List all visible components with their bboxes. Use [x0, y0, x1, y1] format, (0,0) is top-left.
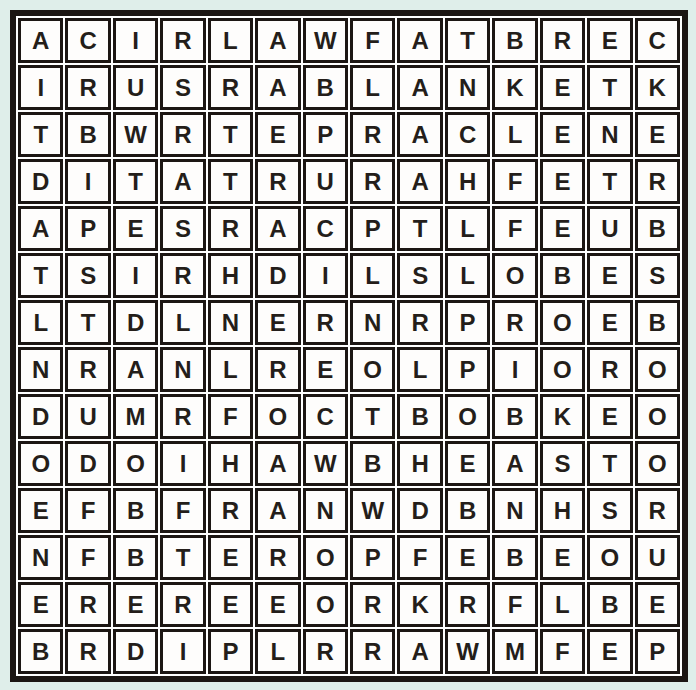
grid-cell-r10c1[interactable]: O — [18, 441, 63, 486]
grid-cell-r5c12[interactable]: E — [540, 206, 585, 251]
grid-cell-r7c10[interactable]: P — [445, 300, 490, 345]
grid-cell-r8c10[interactable]: P — [445, 347, 490, 392]
grid-cell-r9c13[interactable]: E — [587, 394, 632, 439]
grid-cell-r5c3[interactable]: E — [113, 206, 158, 251]
grid-cell-r13c14[interactable]: E — [635, 582, 680, 627]
grid-cell-r7c4[interactable]: L — [160, 300, 205, 345]
grid-cell-r5c13[interactable]: U — [587, 206, 632, 251]
word-search-page: ACIRLAWFATBRECIRUSRABLANKETKTBWRTEPRACLE… — [0, 0, 696, 690]
grid-cell-r11c10[interactable]: B — [445, 488, 490, 533]
grid-cell-r5c9[interactable]: T — [397, 206, 442, 251]
grid-cell-r14c7[interactable]: R — [303, 629, 348, 674]
grid-cell-r11c1[interactable]: E — [18, 488, 63, 533]
grid-cell-r10c10[interactable]: E — [445, 441, 490, 486]
grid-cell-r12c5[interactable]: E — [208, 535, 253, 580]
grid-cell-r11c7[interactable]: N — [303, 488, 348, 533]
grid-cell-r5c5[interactable]: R — [208, 206, 253, 251]
grid-cell-r13c2[interactable]: R — [65, 582, 110, 627]
grid-cell-r2c5[interactable]: R — [208, 65, 253, 110]
grid-cell-r2c4[interactable]: S — [160, 65, 205, 110]
grid-cell-r12c12[interactable]: E — [540, 535, 585, 580]
grid-cell-r10c14[interactable]: O — [635, 441, 680, 486]
grid-cell-r6c9[interactable]: S — [397, 253, 442, 298]
grid-cell-r2c14[interactable]: K — [635, 65, 680, 110]
grid-cell-r14c11[interactable]: M — [492, 629, 537, 674]
grid-cell-r12c9[interactable]: F — [397, 535, 442, 580]
grid-cell-r7c13[interactable]: E — [587, 300, 632, 345]
grid-cell-r12c2[interactable]: F — [65, 535, 110, 580]
grid-cell-r2c10[interactable]: N — [445, 65, 490, 110]
grid-cell-r8c1[interactable]: N — [18, 347, 63, 392]
grid-cell-r12c6[interactable]: R — [255, 535, 300, 580]
grid-cell-r2c13[interactable]: T — [587, 65, 632, 110]
grid-cell-r3c6[interactable]: E — [255, 112, 300, 157]
grid-cell-r10c12[interactable]: S — [540, 441, 585, 486]
grid-cell-r8c12[interactable]: O — [540, 347, 585, 392]
grid-cell-r1c8[interactable]: F — [350, 18, 395, 63]
grid-cell-r11c5[interactable]: R — [208, 488, 253, 533]
grid-cell-r6c7[interactable]: I — [303, 253, 348, 298]
grid-cell-r6c4[interactable]: R — [160, 253, 205, 298]
grid-cell-r3c4[interactable]: R — [160, 112, 205, 157]
grid-cell-r6c13[interactable]: E — [587, 253, 632, 298]
grid-cell-r12c10[interactable]: E — [445, 535, 490, 580]
grid-cell-r10c13[interactable]: T — [587, 441, 632, 486]
grid-cell-r6c11[interactable]: O — [492, 253, 537, 298]
grid-cell-r3c1[interactable]: T — [18, 112, 63, 157]
grid-cell-r11c14[interactable]: R — [635, 488, 680, 533]
grid-cell-r4c7[interactable]: U — [303, 159, 348, 204]
grid-cell-r10c7[interactable]: W — [303, 441, 348, 486]
grid-cell-r4c8[interactable]: R — [350, 159, 395, 204]
grid-cell-r3c11[interactable]: L — [492, 112, 537, 157]
grid-cell-r2c9[interactable]: A — [397, 65, 442, 110]
grid-cell-r12c11[interactable]: B — [492, 535, 537, 580]
grid-cell-r9c2[interactable]: U — [65, 394, 110, 439]
grid-cell-r7c7[interactable]: R — [303, 300, 348, 345]
grid-cell-r6c8[interactable]: L — [350, 253, 395, 298]
grid-cell-r1c12[interactable]: R — [540, 18, 585, 63]
grid-cell-r14c3[interactable]: D — [113, 629, 158, 674]
grid-cell-r1c2[interactable]: C — [65, 18, 110, 63]
grid-cell-r8c13[interactable]: R — [587, 347, 632, 392]
grid-cell-r11c11[interactable]: N — [492, 488, 537, 533]
grid-cell-r11c8[interactable]: W — [350, 488, 395, 533]
grid-cell-r10c2[interactable]: D — [65, 441, 110, 486]
grid-cell-r13c6[interactable]: E — [255, 582, 300, 627]
grid-cell-r3c14[interactable]: E — [635, 112, 680, 157]
grid-cell-r9c6[interactable]: O — [255, 394, 300, 439]
grid-cell-r2c11[interactable]: K — [492, 65, 537, 110]
grid-cell-r11c13[interactable]: S — [587, 488, 632, 533]
grid-cell-r8c8[interactable]: O — [350, 347, 395, 392]
letter-grid: ACIRLAWFATBRECIRUSRABLANKETKTBWRTEPRACLE… — [18, 18, 680, 674]
grid-cell-r9c12[interactable]: K — [540, 394, 585, 439]
grid-cell-r5c14[interactable]: B — [635, 206, 680, 251]
grid-cell-r13c13[interactable]: B — [587, 582, 632, 627]
grid-cell-r1c3[interactable]: I — [113, 18, 158, 63]
grid-cell-r11c2[interactable]: F — [65, 488, 110, 533]
grid-cell-r1c10[interactable]: T — [445, 18, 490, 63]
grid-cell-r13c10[interactable]: R — [445, 582, 490, 627]
grid-cell-r8c5[interactable]: L — [208, 347, 253, 392]
grid-cell-r3c3[interactable]: W — [113, 112, 158, 157]
grid-cell-r10c4[interactable]: I — [160, 441, 205, 486]
grid-cell-r4c4[interactable]: A — [160, 159, 205, 204]
grid-cell-r1c11[interactable]: B — [492, 18, 537, 63]
grid-cell-r13c8[interactable]: R — [350, 582, 395, 627]
grid-cell-r14c12[interactable]: F — [540, 629, 585, 674]
grid-cell-r2c2[interactable]: R — [65, 65, 110, 110]
grid-cell-r8c11[interactable]: I — [492, 347, 537, 392]
grid-cell-r10c6[interactable]: A — [255, 441, 300, 486]
grid-cell-r8c4[interactable]: N — [160, 347, 205, 392]
grid-cell-r3c8[interactable]: R — [350, 112, 395, 157]
grid-cell-r13c11[interactable]: F — [492, 582, 537, 627]
grid-cell-r4c13[interactable]: T — [587, 159, 632, 204]
grid-cell-r9c11[interactable]: B — [492, 394, 537, 439]
grid-cell-r5c4[interactable]: S — [160, 206, 205, 251]
grid-cell-r3c2[interactable]: B — [65, 112, 110, 157]
grid-cell-r13c7[interactable]: O — [303, 582, 348, 627]
grid-cell-r5c7[interactable]: C — [303, 206, 348, 251]
grid-cell-r4c9[interactable]: A — [397, 159, 442, 204]
grid-cell-r12c1[interactable]: N — [18, 535, 63, 580]
grid-cell-r9c10[interactable]: O — [445, 394, 490, 439]
grid-cell-r6c12[interactable]: B — [540, 253, 585, 298]
grid-cell-r13c5[interactable]: E — [208, 582, 253, 627]
grid-cell-r14c5[interactable]: P — [208, 629, 253, 674]
grid-cell-r14c8[interactable]: R — [350, 629, 395, 674]
grid-cell-r7c9[interactable]: R — [397, 300, 442, 345]
grid-cell-r6c5[interactable]: H — [208, 253, 253, 298]
grid-cell-r3c5[interactable]: T — [208, 112, 253, 157]
grid-cell-r8c6[interactable]: R — [255, 347, 300, 392]
puzzle-board: ACIRLAWFATBRECIRUSRABLANKETKTBWRTEPRACLE… — [10, 10, 688, 682]
grid-cell-r10c11[interactable]: A — [492, 441, 537, 486]
grid-cell-r2c12[interactable]: E — [540, 65, 585, 110]
grid-cell-r6c10[interactable]: L — [445, 253, 490, 298]
grid-cell-r3c7[interactable]: P — [303, 112, 348, 157]
grid-cell-r9c4[interactable]: R — [160, 394, 205, 439]
grid-cell-r12c8[interactable]: P — [350, 535, 395, 580]
grid-cell-r9c5[interactable]: F — [208, 394, 253, 439]
grid-cell-r5c8[interactable]: P — [350, 206, 395, 251]
grid-cell-r6c14[interactable]: S — [635, 253, 680, 298]
grid-cell-r14c10[interactable]: W — [445, 629, 490, 674]
grid-cell-r10c8[interactable]: B — [350, 441, 395, 486]
grid-cell-r2c3[interactable]: U — [113, 65, 158, 110]
grid-cell-r4c14[interactable]: R — [635, 159, 680, 204]
grid-cell-r7c12[interactable]: O — [540, 300, 585, 345]
grid-cell-r14c1[interactable]: B — [18, 629, 63, 674]
grid-cell-r14c6[interactable]: L — [255, 629, 300, 674]
grid-cell-r5c2[interactable]: P — [65, 206, 110, 251]
grid-cell-r7c3[interactable]: D — [113, 300, 158, 345]
grid-cell-r4c5[interactable]: T — [208, 159, 253, 204]
grid-cell-r13c4[interactable]: R — [160, 582, 205, 627]
grid-cell-r2c8[interactable]: L — [350, 65, 395, 110]
grid-cell-r8c2[interactable]: R — [65, 347, 110, 392]
grid-cell-r10c5[interactable]: H — [208, 441, 253, 486]
grid-cell-r4c11[interactable]: F — [492, 159, 537, 204]
grid-cell-r2c7[interactable]: B — [303, 65, 348, 110]
grid-cell-r4c2[interactable]: I — [65, 159, 110, 204]
grid-cell-r9c7[interactable]: C — [303, 394, 348, 439]
grid-cell-r5c11[interactable]: F — [492, 206, 537, 251]
grid-cell-r5c10[interactable]: L — [445, 206, 490, 251]
grid-cell-r3c12[interactable]: E — [540, 112, 585, 157]
grid-cell-r7c1[interactable]: L — [18, 300, 63, 345]
grid-cell-r7c14[interactable]: B — [635, 300, 680, 345]
grid-cell-r3c9[interactable]: A — [397, 112, 442, 157]
grid-cell-r3c10[interactable]: C — [445, 112, 490, 157]
grid-cell-r9c8[interactable]: T — [350, 394, 395, 439]
grid-cell-r7c8[interactable]: N — [350, 300, 395, 345]
grid-cell-r4c12[interactable]: E — [540, 159, 585, 204]
grid-cell-r11c12[interactable]: H — [540, 488, 585, 533]
grid-cell-r8c9[interactable]: L — [397, 347, 442, 392]
grid-cell-r8c7[interactable]: E — [303, 347, 348, 392]
grid-cell-r5c6[interactable]: A — [255, 206, 300, 251]
grid-cell-r1c9[interactable]: A — [397, 18, 442, 63]
grid-cell-r6c6[interactable]: D — [255, 253, 300, 298]
grid-cell-r6c1[interactable]: T — [18, 253, 63, 298]
grid-cell-r14c14[interactable]: P — [635, 629, 680, 674]
grid-cell-r10c3[interactable]: O — [113, 441, 158, 486]
grid-cell-r1c6[interactable]: A — [255, 18, 300, 63]
grid-cell-r1c14[interactable]: C — [635, 18, 680, 63]
grid-cell-r11c6[interactable]: A — [255, 488, 300, 533]
grid-cell-r8c14[interactable]: O — [635, 347, 680, 392]
grid-cell-r1c13[interactable]: E — [587, 18, 632, 63]
grid-cell-r6c2[interactable]: S — [65, 253, 110, 298]
grid-cell-r1c1[interactable]: A — [18, 18, 63, 63]
grid-cell-r3c13[interactable]: N — [587, 112, 632, 157]
grid-cell-r9c14[interactable]: O — [635, 394, 680, 439]
grid-cell-r12c14[interactable]: U — [635, 535, 680, 580]
grid-cell-r1c5[interactable]: L — [208, 18, 253, 63]
grid-cell-r2c6[interactable]: A — [255, 65, 300, 110]
grid-cell-r4c1[interactable]: D — [18, 159, 63, 204]
grid-cell-r7c6[interactable]: E — [255, 300, 300, 345]
grid-cell-r13c1[interactable]: E — [18, 582, 63, 627]
grid-cell-r1c7[interactable]: W — [303, 18, 348, 63]
grid-cell-r4c10[interactable]: H — [445, 159, 490, 204]
grid-cell-r11c3[interactable]: B — [113, 488, 158, 533]
grid-cell-r7c2[interactable]: T — [65, 300, 110, 345]
grid-cell-r7c5[interactable]: N — [208, 300, 253, 345]
grid-cell-r12c4[interactable]: T — [160, 535, 205, 580]
grid-cell-r6c3[interactable]: I — [113, 253, 158, 298]
grid-cell-r8c3[interactable]: A — [113, 347, 158, 392]
grid-cell-r9c9[interactable]: B — [397, 394, 442, 439]
grid-cell-r13c3[interactable]: E — [113, 582, 158, 627]
grid-cell-r13c12[interactable]: L — [540, 582, 585, 627]
grid-cell-r14c4[interactable]: I — [160, 629, 205, 674]
grid-cell-r12c7[interactable]: O — [303, 535, 348, 580]
grid-cell-r12c3[interactable]: B — [113, 535, 158, 580]
grid-cell-r4c3[interactable]: T — [113, 159, 158, 204]
grid-cell-r14c2[interactable]: R — [65, 629, 110, 674]
grid-cell-r2c1[interactable]: I — [18, 65, 63, 110]
grid-cell-r1c4[interactable]: R — [160, 18, 205, 63]
grid-cell-r11c4[interactable]: F — [160, 488, 205, 533]
grid-cell-r9c3[interactable]: M — [113, 394, 158, 439]
grid-cell-r5c1[interactable]: A — [18, 206, 63, 251]
grid-cell-r7c11[interactable]: R — [492, 300, 537, 345]
grid-cell-r13c9[interactable]: K — [397, 582, 442, 627]
grid-cell-r9c1[interactable]: D — [18, 394, 63, 439]
grid-cell-r14c9[interactable]: A — [397, 629, 442, 674]
grid-cell-r11c9[interactable]: D — [397, 488, 442, 533]
grid-cell-r12c13[interactable]: O — [587, 535, 632, 580]
grid-cell-r10c9[interactable]: H — [397, 441, 442, 486]
grid-cell-r14c13[interactable]: E — [587, 629, 632, 674]
grid-cell-r4c6[interactable]: R — [255, 159, 300, 204]
